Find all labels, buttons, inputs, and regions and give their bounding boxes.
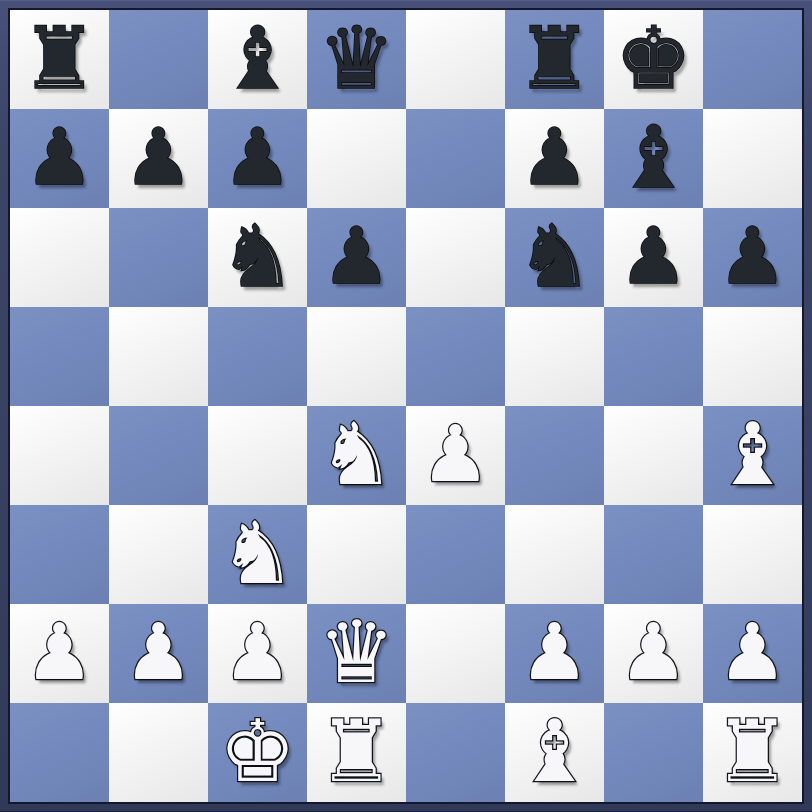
square-d4[interactable]: ♞ xyxy=(307,406,406,505)
piece-black-pawn[interactable]: ♟ xyxy=(124,118,194,196)
piece-black-bishop[interactable]: ♝ xyxy=(219,15,296,101)
square-d7[interactable] xyxy=(307,109,406,208)
piece-black-queen[interactable]: ♛ xyxy=(318,15,395,101)
piece-white-pawn[interactable]: ♟ xyxy=(520,613,590,691)
square-b6[interactable] xyxy=(109,208,208,307)
piece-black-pawn[interactable]: ♟ xyxy=(520,118,590,196)
piece-white-bishop[interactable]: ♝ xyxy=(516,708,593,794)
square-a5[interactable] xyxy=(10,307,109,406)
square-c8[interactable]: ♝ xyxy=(208,10,307,109)
piece-white-pawn[interactable]: ♟ xyxy=(718,613,788,691)
square-b7[interactable]: ♟ xyxy=(109,109,208,208)
piece-white-pawn[interactable]: ♟ xyxy=(25,613,95,691)
piece-white-pawn[interactable]: ♟ xyxy=(223,613,293,691)
piece-black-rook[interactable]: ♜ xyxy=(21,15,98,101)
piece-white-pawn[interactable]: ♟ xyxy=(619,613,689,691)
square-h8[interactable] xyxy=(703,10,802,109)
square-h5[interactable] xyxy=(703,307,802,406)
square-g3[interactable] xyxy=(604,505,703,604)
square-e5[interactable] xyxy=(406,307,505,406)
square-d5[interactable] xyxy=(307,307,406,406)
square-a1[interactable] xyxy=(10,703,109,802)
square-f8[interactable]: ♜ xyxy=(505,10,604,109)
square-d1[interactable]: ♜ xyxy=(307,703,406,802)
square-g2[interactable]: ♟ xyxy=(604,604,703,703)
square-a6[interactable] xyxy=(10,208,109,307)
piece-black-pawn[interactable]: ♟ xyxy=(25,118,95,196)
piece-black-bishop[interactable]: ♝ xyxy=(615,114,692,200)
square-g7[interactable]: ♝ xyxy=(604,109,703,208)
square-a8[interactable]: ♜ xyxy=(10,10,109,109)
square-a7[interactable]: ♟ xyxy=(10,109,109,208)
square-b8[interactable] xyxy=(109,10,208,109)
square-f7[interactable]: ♟ xyxy=(505,109,604,208)
square-e6[interactable] xyxy=(406,208,505,307)
square-e8[interactable] xyxy=(406,10,505,109)
piece-black-pawn[interactable]: ♟ xyxy=(619,217,689,295)
square-c1[interactable]: ♚ xyxy=(208,703,307,802)
square-h7[interactable] xyxy=(703,109,802,208)
square-f5[interactable] xyxy=(505,307,604,406)
square-e4[interactable]: ♟ xyxy=(406,406,505,505)
piece-black-pawn[interactable]: ♟ xyxy=(322,217,392,295)
square-d6[interactable]: ♟ xyxy=(307,208,406,307)
square-b2[interactable]: ♟ xyxy=(109,604,208,703)
square-b1[interactable] xyxy=(109,703,208,802)
piece-white-knight[interactable]: ♞ xyxy=(318,411,395,497)
piece-white-rook[interactable]: ♜ xyxy=(714,708,791,794)
square-b3[interactable] xyxy=(109,505,208,604)
square-g8[interactable]: ♚ xyxy=(604,10,703,109)
square-d8[interactable]: ♛ xyxy=(307,10,406,109)
piece-black-knight[interactable]: ♞ xyxy=(516,213,593,299)
square-e3[interactable] xyxy=(406,505,505,604)
square-d2[interactable]: ♛ xyxy=(307,604,406,703)
square-h2[interactable]: ♟ xyxy=(703,604,802,703)
piece-black-pawn[interactable]: ♟ xyxy=(223,118,293,196)
square-c4[interactable] xyxy=(208,406,307,505)
piece-black-knight[interactable]: ♞ xyxy=(219,213,296,299)
square-c5[interactable] xyxy=(208,307,307,406)
square-d3[interactable] xyxy=(307,505,406,604)
square-g1[interactable] xyxy=(604,703,703,802)
square-f4[interactable] xyxy=(505,406,604,505)
piece-white-bishop[interactable]: ♝ xyxy=(714,411,791,497)
square-c6[interactable]: ♞ xyxy=(208,208,307,307)
square-h3[interactable] xyxy=(703,505,802,604)
piece-black-pawn[interactable]: ♟ xyxy=(718,217,788,295)
square-g4[interactable] xyxy=(604,406,703,505)
square-f1[interactable]: ♝ xyxy=(505,703,604,802)
square-f2[interactable]: ♟ xyxy=(505,604,604,703)
piece-white-king[interactable]: ♚ xyxy=(219,708,296,794)
square-h4[interactable]: ♝ xyxy=(703,406,802,505)
square-f3[interactable] xyxy=(505,505,604,604)
square-a3[interactable] xyxy=(10,505,109,604)
square-a4[interactable] xyxy=(10,406,109,505)
square-b4[interactable] xyxy=(109,406,208,505)
chess-board: ♜♝♛♜♚♟♟♟♟♝♞♟♞♟♟♞♟♝♞♟♟♟♛♟♟♟♚♜♝♜ xyxy=(10,10,802,802)
square-g5[interactable] xyxy=(604,307,703,406)
piece-white-knight[interactable]: ♞ xyxy=(219,510,296,596)
piece-black-king[interactable]: ♚ xyxy=(615,15,692,101)
square-a2[interactable]: ♟ xyxy=(10,604,109,703)
piece-white-queen[interactable]: ♛ xyxy=(318,609,395,695)
square-e2[interactable] xyxy=(406,604,505,703)
square-c7[interactable]: ♟ xyxy=(208,109,307,208)
square-f6[interactable]: ♞ xyxy=(505,208,604,307)
piece-white-pawn[interactable]: ♟ xyxy=(124,613,194,691)
square-g6[interactable]: ♟ xyxy=(604,208,703,307)
square-b5[interactable] xyxy=(109,307,208,406)
square-e7[interactable] xyxy=(406,109,505,208)
piece-white-pawn[interactable]: ♟ xyxy=(421,415,491,493)
piece-white-rook[interactable]: ♜ xyxy=(318,708,395,794)
square-h6[interactable]: ♟ xyxy=(703,208,802,307)
square-c3[interactable]: ♞ xyxy=(208,505,307,604)
square-h1[interactable]: ♜ xyxy=(703,703,802,802)
piece-black-rook[interactable]: ♜ xyxy=(516,15,593,101)
chess-board-frame: ♜♝♛♜♚♟♟♟♟♝♞♟♞♟♟♞♟♝♞♟♟♟♛♟♟♟♚♜♝♜ xyxy=(0,0,812,812)
square-e1[interactable] xyxy=(406,703,505,802)
square-c2[interactable]: ♟ xyxy=(208,604,307,703)
